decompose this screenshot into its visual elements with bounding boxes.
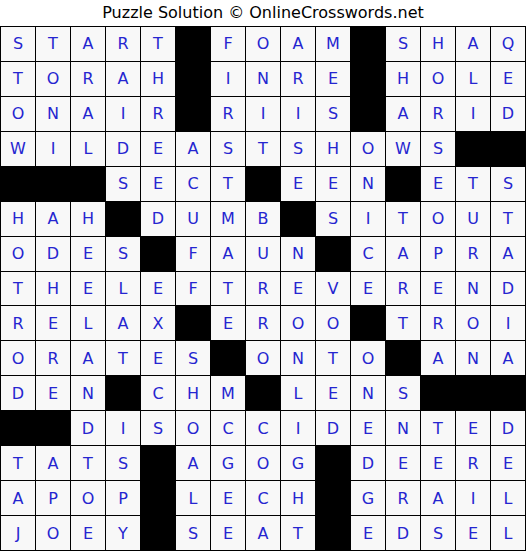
letter-cell: W xyxy=(386,132,420,166)
letter-cell: E xyxy=(141,132,175,166)
letter-cell: E xyxy=(316,62,350,96)
letter-cell: N xyxy=(281,237,315,271)
letter-cell: E xyxy=(141,272,175,306)
letter-cell: T xyxy=(386,202,420,236)
letter-cell: G xyxy=(351,481,385,515)
letter-cell: T xyxy=(36,27,70,61)
letter-cell: I xyxy=(491,306,525,340)
letter-cell: I xyxy=(106,411,140,445)
letter-cell: X xyxy=(141,306,175,340)
letter-cell: O xyxy=(176,411,210,445)
letter-cell: U xyxy=(456,202,490,236)
letter-cell: P xyxy=(106,481,140,515)
black-cell xyxy=(211,341,245,375)
letter-cell: A xyxy=(176,446,210,480)
letter-cell: E xyxy=(211,516,245,550)
letter-cell: D xyxy=(106,132,140,166)
letter-cell: H xyxy=(176,376,210,410)
letter-cell: O xyxy=(281,306,315,340)
letter-cell: T xyxy=(281,516,315,550)
letter-cell: E xyxy=(351,272,385,306)
letter-cell: O xyxy=(351,341,385,375)
letter-cell: A xyxy=(421,341,455,375)
letter-cell: E xyxy=(71,272,105,306)
letter-cell: E xyxy=(316,167,350,201)
letter-cell: A xyxy=(386,97,420,131)
black-cell xyxy=(351,27,385,61)
letter-cell: A xyxy=(211,237,245,271)
letter-cell: R xyxy=(421,97,455,131)
letter-cell: H xyxy=(71,202,105,236)
letter-cell: O xyxy=(246,341,280,375)
letter-cell: E xyxy=(71,237,105,271)
letter-cell: C xyxy=(246,481,280,515)
letter-cell: E xyxy=(421,272,455,306)
letter-cell: C xyxy=(176,167,210,201)
letter-cell: T xyxy=(316,341,350,375)
letter-cell: L xyxy=(491,481,525,515)
letter-cell: G xyxy=(211,446,245,480)
black-cell xyxy=(386,167,420,201)
letter-cell: W xyxy=(1,132,35,166)
letter-cell: N xyxy=(456,272,490,306)
letter-cell: S xyxy=(316,97,350,131)
letter-cell: S xyxy=(106,446,140,480)
letter-cell: D xyxy=(491,97,525,131)
black-cell xyxy=(491,132,525,166)
letter-cell: H xyxy=(316,132,350,166)
black-cell xyxy=(281,202,315,236)
letter-cell: C xyxy=(141,376,175,410)
letter-cell: D xyxy=(71,411,105,445)
letter-cell: R xyxy=(456,446,490,480)
letter-cell: F xyxy=(176,237,210,271)
letter-cell: E xyxy=(71,516,105,550)
letter-cell: O xyxy=(1,341,35,375)
black-cell xyxy=(421,376,455,410)
black-cell xyxy=(386,341,420,375)
letter-cell: S xyxy=(106,237,140,271)
letter-cell: A xyxy=(491,341,525,375)
black-cell xyxy=(456,376,490,410)
letter-cell: G xyxy=(281,446,315,480)
letter-cell: L xyxy=(71,306,105,340)
letter-cell: E xyxy=(281,272,315,306)
letter-cell: D xyxy=(491,272,525,306)
letter-cell: E xyxy=(491,446,525,480)
letter-cell: M xyxy=(211,376,245,410)
letter-cell: A xyxy=(71,97,105,131)
letter-cell: T xyxy=(1,446,35,480)
letter-cell: R xyxy=(421,306,455,340)
letter-cell: N xyxy=(281,341,315,375)
letter-cell: R xyxy=(281,62,315,96)
letter-cell: T xyxy=(211,167,245,201)
letter-cell: A xyxy=(491,237,525,271)
letter-cell: O xyxy=(36,62,70,96)
letter-cell: I xyxy=(456,97,490,131)
letter-cell: N xyxy=(351,167,385,201)
letter-cell: E xyxy=(211,481,245,515)
letter-cell: Q xyxy=(491,27,525,61)
letter-cell: H xyxy=(386,62,420,96)
letter-cell: N xyxy=(246,62,280,96)
black-cell xyxy=(36,167,70,201)
black-cell xyxy=(351,62,385,96)
letter-cell: T xyxy=(456,167,490,201)
letter-cell: H xyxy=(281,481,315,515)
letter-cell: O xyxy=(421,202,455,236)
letter-cell: E xyxy=(211,306,245,340)
letter-cell: Y xyxy=(106,516,140,550)
letter-cell: D xyxy=(316,411,350,445)
letter-cell: F xyxy=(176,272,210,306)
letter-cell: T xyxy=(246,132,280,166)
letter-cell: P xyxy=(421,237,455,271)
letter-cell: I xyxy=(456,481,490,515)
black-cell xyxy=(1,167,35,201)
letter-cell: J xyxy=(1,516,35,550)
black-cell xyxy=(176,306,210,340)
letter-cell: I xyxy=(106,97,140,131)
letter-cell: H xyxy=(421,27,455,61)
letter-cell: A xyxy=(456,27,490,61)
letter-cell: O xyxy=(1,97,35,131)
black-cell xyxy=(316,516,350,550)
letter-cell: U xyxy=(176,202,210,236)
letter-cell: S xyxy=(106,167,140,201)
letter-cell: S xyxy=(491,167,525,201)
letter-cell: I xyxy=(281,411,315,445)
black-cell xyxy=(316,446,350,480)
black-cell xyxy=(491,376,525,410)
letter-cell: I xyxy=(211,62,245,96)
letter-cell: S xyxy=(176,341,210,375)
letter-cell: R xyxy=(211,97,245,131)
letter-cell: I xyxy=(246,97,280,131)
letter-cell: V xyxy=(316,272,350,306)
letter-cell: O xyxy=(36,516,70,550)
letter-cell: T xyxy=(106,341,140,375)
letter-cell: R xyxy=(36,341,70,375)
letter-cell: R xyxy=(456,237,490,271)
black-cell xyxy=(351,97,385,131)
letter-cell: E xyxy=(141,341,175,375)
black-cell xyxy=(456,132,490,166)
letter-cell: R xyxy=(386,481,420,515)
letter-cell: S xyxy=(1,27,35,61)
letter-cell: B xyxy=(246,202,280,236)
black-cell xyxy=(106,376,140,410)
black-cell xyxy=(1,411,35,445)
letter-cell: A xyxy=(421,481,455,515)
letter-cell: R xyxy=(141,97,175,131)
letter-cell: E xyxy=(351,516,385,550)
letter-cell: A xyxy=(71,341,105,375)
letter-cell: E xyxy=(351,411,385,445)
black-cell xyxy=(71,167,105,201)
letter-cell: T xyxy=(386,306,420,340)
letter-cell: L xyxy=(456,62,490,96)
letter-cell: A xyxy=(71,27,105,61)
black-cell xyxy=(316,237,350,271)
letter-cell: M xyxy=(211,202,245,236)
letter-cell: A xyxy=(176,132,210,166)
letter-cell: R xyxy=(246,306,280,340)
letter-cell: H xyxy=(36,272,70,306)
letter-cell: H xyxy=(1,202,35,236)
letter-cell: S xyxy=(176,516,210,550)
letter-cell: R xyxy=(106,27,140,61)
letter-cell: U xyxy=(246,237,280,271)
letter-cell: N xyxy=(351,376,385,410)
letter-cell: L xyxy=(491,516,525,550)
letter-cell: A xyxy=(281,27,315,61)
letter-cell: E xyxy=(421,446,455,480)
letter-cell: S xyxy=(141,411,175,445)
letter-cell: D xyxy=(491,411,525,445)
black-cell xyxy=(141,516,175,550)
letter-cell: M xyxy=(316,27,350,61)
letter-cell: S xyxy=(421,516,455,550)
letter-cell: H xyxy=(141,62,175,96)
letter-cell: S xyxy=(386,27,420,61)
black-cell xyxy=(351,306,385,340)
letter-cell: I xyxy=(36,132,70,166)
black-cell xyxy=(106,202,140,236)
letter-cell: N xyxy=(386,411,420,445)
letter-cell: D xyxy=(141,202,175,236)
letter-cell: L xyxy=(71,132,105,166)
crossword-grid: STARTFOAMSHAQTORAHINREHOLEONAIRRIISARIDW… xyxy=(0,26,526,551)
letter-cell: T xyxy=(421,411,455,445)
letter-cell: E xyxy=(141,167,175,201)
letter-cell: N xyxy=(456,341,490,375)
letter-cell: F xyxy=(211,27,245,61)
letter-cell: O xyxy=(421,62,455,96)
letter-cell: A xyxy=(386,237,420,271)
letter-cell: R xyxy=(1,306,35,340)
letter-cell: E xyxy=(456,516,490,550)
black-cell xyxy=(176,27,210,61)
letter-cell: T xyxy=(141,27,175,61)
letter-cell: A xyxy=(106,62,140,96)
letter-cell: A xyxy=(36,202,70,236)
letter-cell: O xyxy=(246,446,280,480)
letter-cell: L xyxy=(176,481,210,515)
letter-cell: P xyxy=(36,481,70,515)
letter-cell: R xyxy=(246,272,280,306)
letter-cell: E xyxy=(386,446,420,480)
black-cell xyxy=(141,446,175,480)
letter-cell: L xyxy=(106,272,140,306)
letter-cell: O xyxy=(1,237,35,271)
letter-cell: A xyxy=(1,481,35,515)
letter-cell: D xyxy=(36,237,70,271)
letter-cell: S xyxy=(281,132,315,166)
letter-cell: S xyxy=(211,132,245,166)
letter-cell: A xyxy=(106,306,140,340)
black-cell xyxy=(246,376,280,410)
black-cell xyxy=(176,62,210,96)
letter-cell: I xyxy=(351,202,385,236)
letter-cell: E xyxy=(316,376,350,410)
letter-cell: R xyxy=(386,272,420,306)
letter-cell: C xyxy=(211,411,245,445)
letter-cell: T xyxy=(1,272,35,306)
letter-cell: T xyxy=(211,272,245,306)
letter-cell: C xyxy=(246,411,280,445)
letter-cell: T xyxy=(1,62,35,96)
letter-cell: I xyxy=(281,97,315,131)
page-title: Puzzle Solution © OnlineCrosswords.net xyxy=(0,0,526,26)
black-cell xyxy=(246,167,280,201)
letter-cell: E xyxy=(491,62,525,96)
letter-cell: A xyxy=(36,446,70,480)
black-cell xyxy=(141,481,175,515)
letter-cell: S xyxy=(316,202,350,236)
letter-cell: C xyxy=(351,237,385,271)
letter-cell: S xyxy=(421,132,455,166)
letter-cell: E xyxy=(456,411,490,445)
letter-cell: T xyxy=(491,202,525,236)
letter-cell: O xyxy=(351,132,385,166)
letter-cell: D xyxy=(386,516,420,550)
black-cell xyxy=(141,237,175,271)
letter-cell: E xyxy=(421,167,455,201)
letter-cell: E xyxy=(36,376,70,410)
letter-cell: D xyxy=(1,376,35,410)
black-cell xyxy=(176,97,210,131)
letter-cell: A xyxy=(246,516,280,550)
letter-cell: S xyxy=(386,376,420,410)
letter-cell: R xyxy=(71,62,105,96)
letter-cell: O xyxy=(71,481,105,515)
letter-cell: O xyxy=(316,306,350,340)
letter-cell: O xyxy=(246,27,280,61)
letter-cell: D xyxy=(351,446,385,480)
letter-cell: E xyxy=(281,167,315,201)
letter-cell: L xyxy=(281,376,315,410)
letter-cell: N xyxy=(71,376,105,410)
letter-cell: E xyxy=(36,306,70,340)
letter-cell: O xyxy=(456,306,490,340)
black-cell xyxy=(36,411,70,445)
letter-cell: T xyxy=(71,446,105,480)
letter-cell: N xyxy=(36,97,70,131)
black-cell xyxy=(316,481,350,515)
